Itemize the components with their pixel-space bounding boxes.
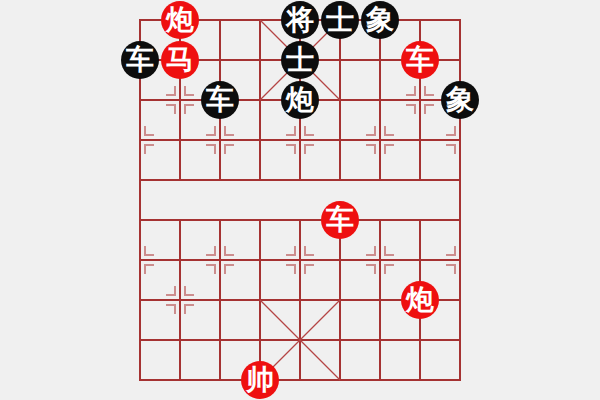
intersection-f4-r8[interactable] (280, 320, 320, 360)
intersection-f4-r9[interactable] (280, 360, 320, 400)
intersection-f7-r0[interactable] (400, 0, 440, 40)
intersection-f8-r6[interactable] (440, 240, 480, 280)
piece-red-chariot[interactable]: 车 (401, 41, 439, 79)
intersection-f4-r4[interactable] (280, 160, 320, 200)
piece-red-cannon[interactable]: 炮 (401, 281, 439, 319)
piece-black-advisor[interactable]: 士 (321, 1, 359, 39)
intersection-f8-r3[interactable] (440, 120, 480, 160)
intersection-f8-r4[interactable] (440, 160, 480, 200)
intersection-f2-r7[interactable] (200, 280, 240, 320)
intersection-f5-r2[interactable] (320, 80, 360, 120)
intersection-f8-r8[interactable] (440, 320, 480, 360)
intersection-f5-r9[interactable] (320, 360, 360, 400)
intersection-f3-r2[interactable] (240, 80, 280, 120)
intersection-f3-r3[interactable] (240, 120, 280, 160)
intersection-f7-r4[interactable] (400, 160, 440, 200)
intersection-f4-r1[interactable]: 士 (280, 40, 320, 80)
piece-black-chariot[interactable]: 车 (201, 81, 239, 119)
intersection-f0-r8[interactable] (120, 320, 160, 360)
intersection-f7-r8[interactable] (400, 320, 440, 360)
intersection-f2-r5[interactable] (200, 200, 240, 240)
intersection-f5-r7[interactable] (320, 280, 360, 320)
intersection-f0-r2[interactable] (120, 80, 160, 120)
intersection-f2-r2[interactable]: 车 (200, 80, 240, 120)
intersection-f6-r5[interactable] (360, 200, 400, 240)
piece-red-cannon[interactable]: 炮 (161, 1, 199, 39)
intersection-f6-r6[interactable] (360, 240, 400, 280)
intersection-f3-r1[interactable] (240, 40, 280, 80)
intersection-f1-r6[interactable] (160, 240, 200, 280)
intersection-f7-r5[interactable] (400, 200, 440, 240)
intersection-f4-r0[interactable]: 将 (280, 0, 320, 40)
piece-red-general[interactable]: 帅 (241, 361, 279, 399)
piece-black-elephant[interactable]: 象 (361, 1, 399, 39)
intersection-f2-r6[interactable] (200, 240, 240, 280)
intersection-f0-r4[interactable] (120, 160, 160, 200)
intersection-f2-r3[interactable] (200, 120, 240, 160)
intersection-f6-r1[interactable] (360, 40, 400, 80)
intersection-f8-r2[interactable]: 象 (440, 80, 480, 120)
piece-black-chariot[interactable]: 车 (121, 41, 159, 79)
intersection-f6-r8[interactable] (360, 320, 400, 360)
intersection-f5-r6[interactable] (320, 240, 360, 280)
intersection-f7-r1[interactable]: 车 (400, 40, 440, 80)
intersection-f1-r3[interactable] (160, 120, 200, 160)
intersection-f1-r0[interactable]: 炮 (160, 0, 200, 40)
intersection-f1-r1[interactable]: 马 (160, 40, 200, 80)
intersection-f2-r1[interactable] (200, 40, 240, 80)
board-grid: 炮将士象车马士车车炮象车炮帅 (120, 0, 480, 400)
intersection-f6-r0[interactable]: 象 (360, 0, 400, 40)
intersection-f1-r8[interactable] (160, 320, 200, 360)
intersection-f0-r0[interactable] (120, 0, 160, 40)
intersection-f6-r4[interactable] (360, 160, 400, 200)
intersection-f6-r3[interactable] (360, 120, 400, 160)
intersection-f1-r4[interactable] (160, 160, 200, 200)
intersection-f4-r3[interactable] (280, 120, 320, 160)
intersection-f3-r0[interactable] (240, 0, 280, 40)
intersection-f6-r2[interactable] (360, 80, 400, 120)
intersection-f2-r9[interactable] (200, 360, 240, 400)
intersection-f8-r9[interactable] (440, 360, 480, 400)
intersection-f5-r4[interactable] (320, 160, 360, 200)
piece-black-advisor[interactable]: 士 (281, 41, 319, 79)
intersection-f4-r7[interactable] (280, 280, 320, 320)
intersection-f8-r5[interactable] (440, 200, 480, 240)
intersection-f1-r9[interactable] (160, 360, 200, 400)
piece-black-cannon[interactable]: 炮 (281, 81, 319, 119)
intersection-f1-r2[interactable] (160, 80, 200, 120)
intersection-f1-r7[interactable] (160, 280, 200, 320)
intersection-f5-r0[interactable]: 士 (320, 0, 360, 40)
intersection-f7-r2[interactable] (400, 80, 440, 120)
intersection-f2-r0[interactable] (200, 0, 240, 40)
intersection-f2-r8[interactable] (200, 320, 240, 360)
intersection-f4-r5[interactable] (280, 200, 320, 240)
intersection-f7-r7[interactable]: 炮 (400, 280, 440, 320)
intersection-f6-r9[interactable] (360, 360, 400, 400)
piece-black-general[interactable]: 将 (281, 1, 319, 39)
intersection-f2-r4[interactable] (200, 160, 240, 200)
intersection-f0-r5[interactable] (120, 200, 160, 240)
intersection-f0-r7[interactable] (120, 280, 160, 320)
intersection-f4-r2[interactable]: 炮 (280, 80, 320, 120)
intersection-f7-r6[interactable] (400, 240, 440, 280)
intersection-f8-r0[interactable] (440, 0, 480, 40)
intersection-f3-r5[interactable] (240, 200, 280, 240)
intersection-f5-r3[interactable] (320, 120, 360, 160)
intersection-f7-r3[interactable] (400, 120, 440, 160)
intersection-f5-r1[interactable] (320, 40, 360, 80)
piece-black-elephant[interactable]: 象 (441, 81, 479, 119)
intersection-f3-r6[interactable] (240, 240, 280, 280)
piece-red-chariot[interactable]: 车 (321, 201, 359, 239)
xiangqi-board-screen: 炮将士象车马士车车炮象车炮帅 (0, 0, 600, 400)
intersection-f7-r9[interactable] (400, 360, 440, 400)
intersection-f3-r7[interactable] (240, 280, 280, 320)
intersection-f8-r7[interactable] (440, 280, 480, 320)
intersection-f0-r6[interactable] (120, 240, 160, 280)
intersection-f1-r5[interactable] (160, 200, 200, 240)
intersection-f4-r6[interactable] (280, 240, 320, 280)
intersection-f3-r8[interactable] (240, 320, 280, 360)
intersection-f5-r8[interactable] (320, 320, 360, 360)
intersection-f5-r5[interactable]: 车 (320, 200, 360, 240)
piece-red-horse[interactable]: 马 (161, 41, 199, 79)
intersection-f0-r9[interactable] (120, 360, 160, 400)
intersection-f6-r7[interactable] (360, 280, 400, 320)
intersection-f3-r4[interactable] (240, 160, 280, 200)
intersection-f0-r3[interactable] (120, 120, 160, 160)
intersection-f0-r1[interactable]: 车 (120, 40, 160, 80)
intersection-f8-r1[interactable] (440, 40, 480, 80)
intersection-f3-r9[interactable]: 帅 (240, 360, 280, 400)
